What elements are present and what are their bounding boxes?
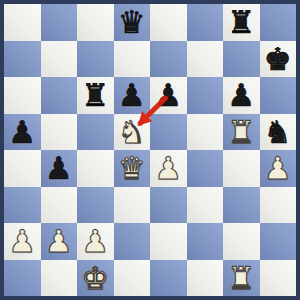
square-h1[interactable] bbox=[260, 260, 297, 297]
black-pawn[interactable]: ♟ bbox=[227, 77, 255, 114]
square-f6[interactable] bbox=[187, 77, 224, 114]
square-b5[interactable] bbox=[41, 114, 78, 151]
square-g1[interactable]: ♜ bbox=[223, 260, 260, 297]
square-g2[interactable] bbox=[223, 223, 260, 260]
square-e5[interactable] bbox=[150, 114, 187, 151]
white-pawn[interactable]: ♟ bbox=[81, 223, 109, 260]
black-rook[interactable]: ♜ bbox=[81, 77, 109, 114]
black-pawn[interactable]: ♟ bbox=[154, 77, 182, 114]
board-frame: ♛♜♚♜♟♟♟♟♞♜♞♟♛♟♟♟♟♟♚♜ bbox=[0, 0, 300, 300]
square-a8[interactable] bbox=[4, 4, 41, 41]
square-f2[interactable] bbox=[187, 223, 224, 260]
black-pawn[interactable]: ♟ bbox=[45, 150, 73, 187]
square-a6[interactable] bbox=[4, 77, 41, 114]
white-pawn[interactable]: ♟ bbox=[264, 150, 292, 187]
square-e2[interactable] bbox=[150, 223, 187, 260]
square-f4[interactable] bbox=[187, 150, 224, 187]
square-g4[interactable] bbox=[223, 150, 260, 187]
square-d2[interactable] bbox=[114, 223, 151, 260]
square-g7[interactable] bbox=[223, 41, 260, 78]
square-h8[interactable] bbox=[260, 4, 297, 41]
square-c6[interactable]: ♜ bbox=[77, 77, 114, 114]
square-c1[interactable]: ♚ bbox=[77, 260, 114, 297]
square-c4[interactable] bbox=[77, 150, 114, 187]
black-rook[interactable]: ♜ bbox=[227, 4, 255, 41]
square-b1[interactable] bbox=[41, 260, 78, 297]
square-a7[interactable] bbox=[4, 41, 41, 78]
square-e7[interactable] bbox=[150, 41, 187, 78]
white-pawn[interactable]: ♟ bbox=[154, 150, 182, 187]
square-a4[interactable] bbox=[4, 150, 41, 187]
square-f8[interactable] bbox=[187, 4, 224, 41]
square-g5[interactable]: ♜ bbox=[223, 114, 260, 151]
square-e3[interactable] bbox=[150, 187, 187, 224]
square-h2[interactable] bbox=[260, 223, 297, 260]
black-pawn[interactable]: ♟ bbox=[118, 77, 146, 114]
square-b8[interactable] bbox=[41, 4, 78, 41]
chess-board: ♛♜♚♜♟♟♟♟♞♜♞♟♛♟♟♟♟♟♚♜ bbox=[4, 4, 296, 296]
square-b4[interactable]: ♟ bbox=[41, 150, 78, 187]
square-f7[interactable] bbox=[187, 41, 224, 78]
square-d4[interactable]: ♛ bbox=[114, 150, 151, 187]
square-e4[interactable]: ♟ bbox=[150, 150, 187, 187]
square-f3[interactable] bbox=[187, 187, 224, 224]
square-h6[interactable] bbox=[260, 77, 297, 114]
square-b2[interactable]: ♟ bbox=[41, 223, 78, 260]
white-queen[interactable]: ♛ bbox=[118, 150, 146, 187]
square-d5[interactable]: ♞ bbox=[114, 114, 151, 151]
white-pawn[interactable]: ♟ bbox=[45, 223, 73, 260]
square-h4[interactable]: ♟ bbox=[260, 150, 297, 187]
square-a1[interactable] bbox=[4, 260, 41, 297]
square-e8[interactable] bbox=[150, 4, 187, 41]
square-d6[interactable]: ♟ bbox=[114, 77, 151, 114]
square-f1[interactable] bbox=[187, 260, 224, 297]
square-c3[interactable] bbox=[77, 187, 114, 224]
black-pawn[interactable]: ♟ bbox=[8, 114, 36, 151]
black-king[interactable]: ♚ bbox=[264, 41, 292, 78]
square-a5[interactable]: ♟ bbox=[4, 114, 41, 151]
square-d3[interactable] bbox=[114, 187, 151, 224]
square-f5[interactable] bbox=[187, 114, 224, 151]
black-queen[interactable]: ♛ bbox=[118, 4, 146, 41]
square-g8[interactable]: ♜ bbox=[223, 4, 260, 41]
square-a3[interactable] bbox=[4, 187, 41, 224]
square-g6[interactable]: ♟ bbox=[223, 77, 260, 114]
square-b7[interactable] bbox=[41, 41, 78, 78]
square-d8[interactable]: ♛ bbox=[114, 4, 151, 41]
square-c8[interactable] bbox=[77, 4, 114, 41]
square-c2[interactable]: ♟ bbox=[77, 223, 114, 260]
square-b3[interactable] bbox=[41, 187, 78, 224]
square-a2[interactable]: ♟ bbox=[4, 223, 41, 260]
square-h7[interactable]: ♚ bbox=[260, 41, 297, 78]
white-rook[interactable]: ♜ bbox=[227, 114, 255, 151]
square-b6[interactable] bbox=[41, 77, 78, 114]
white-king[interactable]: ♚ bbox=[81, 260, 109, 297]
square-c7[interactable] bbox=[77, 41, 114, 78]
black-knight[interactable]: ♞ bbox=[264, 114, 292, 151]
square-h3[interactable] bbox=[260, 187, 297, 224]
square-e1[interactable] bbox=[150, 260, 187, 297]
square-e6[interactable]: ♟ bbox=[150, 77, 187, 114]
white-pawn[interactable]: ♟ bbox=[8, 223, 36, 260]
white-rook[interactable]: ♜ bbox=[227, 260, 255, 297]
square-g3[interactable] bbox=[223, 187, 260, 224]
square-d1[interactable] bbox=[114, 260, 151, 297]
square-d7[interactable] bbox=[114, 41, 151, 78]
square-h5[interactable]: ♞ bbox=[260, 114, 297, 151]
white-knight[interactable]: ♞ bbox=[118, 114, 146, 151]
square-c5[interactable] bbox=[77, 114, 114, 151]
